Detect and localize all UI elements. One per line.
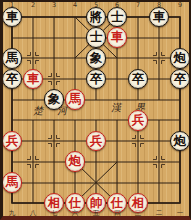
piece-red-cannon[interactable]: 炮 [65, 151, 86, 172]
piece-red-horse[interactable]: 馬 [2, 172, 23, 193]
bottom-file-label-七: 七 [49, 210, 59, 217]
bottom-file-label-六: 六 [70, 210, 80, 217]
piece-red-soldier[interactable]: 兵 [2, 131, 23, 152]
bottom-file-label-五: 五 [91, 210, 101, 217]
top-file-label-8: 8 [154, 2, 164, 9]
bottom-file-label-一: 一 [175, 210, 185, 217]
piece-black-soldier[interactable]: 卒 [170, 69, 191, 90]
bottom-file-label-三: 三 [133, 210, 143, 217]
xiangqi-board-container: 楚河 漢界 車將士車士車馬象炮卒車卒卒卒象馬兵兵兵炮炮馬相仕帥仕相 123456… [0, 0, 191, 220]
piece-black-advisor[interactable]: 士 [107, 7, 128, 28]
piece-black-soldier[interactable]: 卒 [86, 69, 107, 90]
piece-black-cannon[interactable]: 炮 [170, 48, 191, 69]
top-file-label-7: 7 [133, 2, 143, 9]
bottom-file-label-四: 四 [112, 210, 122, 217]
piece-black-soldier[interactable]: 卒 [128, 69, 149, 90]
piece-black-chariot[interactable]: 車 [149, 7, 170, 28]
top-file-label-3: 3 [49, 2, 59, 9]
piece-red-chariot[interactable]: 車 [23, 69, 44, 90]
bottom-file-label-八: 八 [28, 210, 38, 217]
top-file-label-5: 5 [91, 2, 101, 9]
top-file-label-1: 1 [7, 2, 17, 9]
piece-red-horse[interactable]: 馬 [65, 89, 86, 110]
piece-black-advisor[interactable]: 士 [86, 27, 107, 48]
piece-black-soldier[interactable]: 卒 [2, 69, 23, 90]
piece-red-chariot[interactable]: 車 [107, 27, 128, 48]
xiangqi-board[interactable]: 車將士車士車馬象炮卒車卒卒卒象馬兵兵兵炮炮馬相仕帥仕相 [2, 7, 191, 214]
piece-black-cannon[interactable]: 炮 [170, 131, 191, 152]
piece-black-elephant[interactable]: 象 [86, 48, 107, 69]
piece-red-soldier[interactable]: 兵 [86, 131, 107, 152]
top-file-label-4: 4 [70, 2, 80, 9]
bottom-file-label-九: 九 [7, 210, 17, 217]
piece-black-chariot[interactable]: 車 [2, 7, 23, 28]
piece-black-general[interactable]: 將 [86, 7, 107, 28]
top-file-label-2: 2 [28, 2, 38, 9]
piece-black-horse[interactable]: 馬 [2, 48, 23, 69]
top-file-label-9: 9 [175, 2, 185, 9]
top-file-label-6: 6 [112, 2, 122, 9]
bottom-file-label-二: 二 [154, 210, 164, 217]
piece-black-elephant[interactable]: 象 [44, 89, 65, 110]
piece-red-soldier[interactable]: 兵 [128, 110, 149, 131]
